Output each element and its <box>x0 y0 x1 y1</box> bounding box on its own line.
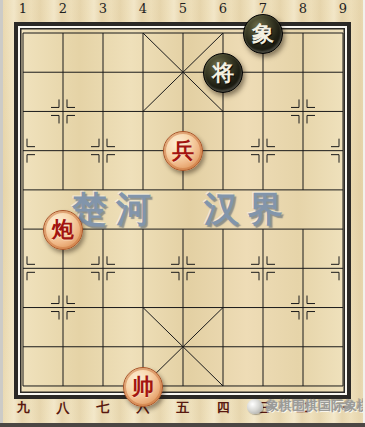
piece-red-general[interactable]: 帅 <box>123 367 163 407</box>
bottom-edge-strip <box>0 423 365 427</box>
piece-black-elephant[interactable]: 象 <box>243 14 283 54</box>
piece-red-soldier[interactable]: 兵 <box>163 131 203 171</box>
watermark-text: 象棋围棋国际象棋 <box>266 397 365 415</box>
left-edge-strip <box>0 0 3 423</box>
watermark: 象棋围棋国际象棋 <box>247 397 365 415</box>
piece-red-cannon[interactable]: 炮 <box>43 210 83 250</box>
pieces-layer: 象将兵炮帅 <box>3 14 363 406</box>
xiangqi-board-screenshot: 123456789 九八七六五四三二一 楚河 汉界 象将兵炮帅 象棋围棋国际象棋 <box>0 0 365 427</box>
piece-black-general[interactable]: 将 <box>203 53 243 93</box>
game-site-logo-icon <box>247 399 263 414</box>
